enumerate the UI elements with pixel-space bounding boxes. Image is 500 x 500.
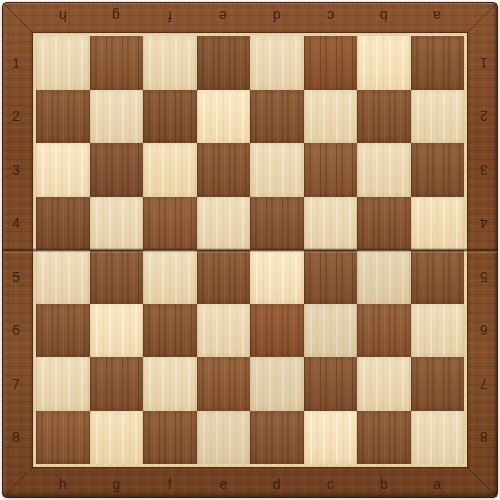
rank-label-right-3: 3: [472, 143, 496, 197]
square-h7[interactable]: [36, 357, 90, 411]
product-photo-background: hgfedcba hgfedcba 12345678 12345678: [0, 0, 500, 500]
square-f5[interactable]: [143, 250, 197, 304]
square-b3[interactable]: [357, 143, 411, 197]
square-f2[interactable]: [143, 90, 197, 144]
square-d6[interactable]: [250, 304, 304, 358]
square-d2[interactable]: [250, 90, 304, 144]
square-e2[interactable]: [197, 90, 251, 144]
square-a5[interactable]: [411, 250, 465, 304]
file-label-bottom-c: c: [304, 476, 358, 492]
square-a6[interactable]: [411, 304, 465, 358]
frame-miter-bottom-right: [464, 464, 497, 497]
file-label-top-g: g: [90, 8, 144, 24]
square-a7[interactable]: [411, 357, 465, 411]
square-h5[interactable]: [36, 250, 90, 304]
file-label-bottom-b: b: [357, 476, 411, 492]
square-a1[interactable]: [411, 36, 465, 90]
square-c3[interactable]: [304, 143, 358, 197]
file-label-bottom-d: d: [250, 476, 304, 492]
file-labels-top: hgfedcba: [36, 8, 464, 24]
rank-labels-left: 12345678: [4, 36, 28, 464]
square-f6[interactable]: [143, 304, 197, 358]
square-d5[interactable]: [250, 250, 304, 304]
maple-inner-border: [33, 33, 467, 467]
square-b2[interactable]: [357, 90, 411, 144]
rank-label-right-7: 7: [472, 357, 496, 411]
square-g5[interactable]: [90, 250, 144, 304]
file-label-bottom-e: e: [197, 476, 251, 492]
square-d7[interactable]: [250, 357, 304, 411]
square-b4[interactable]: [357, 197, 411, 251]
square-c5[interactable]: [304, 250, 358, 304]
square-e8[interactable]: [197, 411, 251, 465]
square-c4[interactable]: [304, 197, 358, 251]
rank-label-left-7: 7: [4, 357, 28, 411]
square-g1[interactable]: [90, 36, 144, 90]
board-squares-grid: [36, 36, 464, 464]
file-label-bottom-a: a: [411, 476, 465, 492]
file-label-bottom-h: h: [36, 476, 90, 492]
square-d3[interactable]: [250, 143, 304, 197]
square-h3[interactable]: [36, 143, 90, 197]
file-label-top-d: d: [250, 8, 304, 24]
rank-label-right-2: 2: [472, 90, 496, 144]
square-g7[interactable]: [90, 357, 144, 411]
rank-label-right-4: 4: [472, 197, 496, 251]
square-g8[interactable]: [90, 411, 144, 465]
square-g6[interactable]: [90, 304, 144, 358]
rank-label-left-2: 2: [4, 90, 28, 144]
square-g3[interactable]: [90, 143, 144, 197]
square-b8[interactable]: [357, 411, 411, 465]
square-a4[interactable]: [411, 197, 465, 251]
square-f3[interactable]: [143, 143, 197, 197]
square-h8[interactable]: [36, 411, 90, 465]
square-h6[interactable]: [36, 304, 90, 358]
square-d4[interactable]: [250, 197, 304, 251]
frame-miter-bottom-left: [3, 464, 36, 497]
square-b6[interactable]: [357, 304, 411, 358]
square-d1[interactable]: [250, 36, 304, 90]
square-f4[interactable]: [143, 197, 197, 251]
square-h2[interactable]: [36, 90, 90, 144]
square-a8[interactable]: [411, 411, 465, 465]
square-c2[interactable]: [304, 90, 358, 144]
square-c6[interactable]: [304, 304, 358, 358]
square-a3[interactable]: [411, 143, 465, 197]
square-b5[interactable]: [357, 250, 411, 304]
rank-label-left-5: 5: [4, 250, 28, 304]
square-d8[interactable]: [250, 411, 304, 465]
square-f1[interactable]: [143, 36, 197, 90]
square-e3[interactable]: [197, 143, 251, 197]
file-label-top-b: b: [357, 8, 411, 24]
rank-label-right-8: 8: [472, 411, 496, 465]
square-c7[interactable]: [304, 357, 358, 411]
square-h1[interactable]: [36, 36, 90, 90]
file-label-top-a: a: [411, 8, 465, 24]
square-e6[interactable]: [197, 304, 251, 358]
square-f7[interactable]: [143, 357, 197, 411]
square-e1[interactable]: [197, 36, 251, 90]
square-e4[interactable]: [197, 197, 251, 251]
rank-label-left-4: 4: [4, 197, 28, 251]
frame-miter-top-left: [3, 3, 36, 36]
square-c1[interactable]: [304, 36, 358, 90]
square-h4[interactable]: [36, 197, 90, 251]
square-c8[interactable]: [304, 411, 358, 465]
square-g2[interactable]: [90, 90, 144, 144]
square-a2[interactable]: [411, 90, 465, 144]
square-e5[interactable]: [197, 250, 251, 304]
file-label-top-h: h: [36, 8, 90, 24]
file-label-bottom-f: f: [143, 476, 197, 492]
square-e7[interactable]: [197, 357, 251, 411]
rank-label-right-1: 1: [472, 36, 496, 90]
file-label-top-f: f: [143, 8, 197, 24]
rank-label-left-8: 8: [4, 411, 28, 465]
file-label-top-e: e: [197, 8, 251, 24]
rank-labels-right: 12345678: [472, 36, 496, 464]
square-f8[interactable]: [143, 411, 197, 465]
file-label-bottom-g: g: [90, 476, 144, 492]
rank-label-right-6: 6: [472, 304, 496, 358]
file-label-top-c: c: [304, 8, 358, 24]
frame-miter-top-right: [464, 3, 497, 36]
rank-label-left-6: 6: [4, 304, 28, 358]
chessboard: hgfedcba hgfedcba 12345678 12345678: [2, 2, 498, 498]
square-b1[interactable]: [357, 36, 411, 90]
square-b7[interactable]: [357, 357, 411, 411]
square-g4[interactable]: [90, 197, 144, 251]
rank-label-left-3: 3: [4, 143, 28, 197]
rank-label-right-5: 5: [472, 250, 496, 304]
rank-label-left-1: 1: [4, 36, 28, 90]
file-labels-bottom: hgfedcba: [36, 476, 464, 492]
